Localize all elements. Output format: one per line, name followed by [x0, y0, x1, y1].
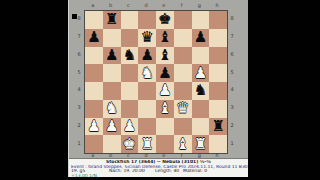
piece-white-pawn-g5[interactable]: ♟	[192, 64, 210, 82]
square-b8[interactable]: ♜	[103, 11, 121, 29]
rank-label-1: 1	[229, 134, 235, 152]
square-b1[interactable]	[103, 135, 121, 153]
square-g2[interactable]	[192, 118, 210, 136]
square-h2[interactable]: ♜	[209, 118, 227, 136]
rank-label-8: 8	[229, 10, 235, 28]
piece-black-pawn-b6[interactable]: ♟	[103, 47, 121, 65]
file-label-f: f	[173, 3, 191, 8]
piece-white-queen-f3[interactable]: ♛	[174, 100, 192, 118]
rank-label-2: 2	[76, 117, 82, 135]
piece-white-knight-d5[interactable]: ♞	[138, 64, 156, 82]
square-h4[interactable]	[209, 82, 227, 100]
square-c2[interactable]: ♟	[121, 118, 139, 136]
square-c3[interactable]	[121, 100, 139, 118]
square-a6[interactable]	[85, 47, 103, 65]
rank-label-6: 6	[76, 46, 82, 64]
piece-black-knight-c6[interactable]: ♞	[121, 47, 139, 65]
square-b7[interactable]	[103, 29, 121, 47]
piece-white-pawn-b2[interactable]: ♟	[103, 118, 121, 136]
file-label-a: a	[84, 3, 102, 8]
chess-board[interactable]: ♜♚♟♛♝♟♟♞♟♝♞♟♟♟♞♞♝♛♟♟♟♜♚♜♝♜	[84, 10, 228, 154]
rank-labels-left: 87654321	[76, 10, 82, 152]
square-a4[interactable]	[85, 82, 103, 100]
square-a7[interactable]: ♟	[85, 29, 103, 47]
piece-black-bishop-e7[interactable]: ♝	[156, 29, 174, 47]
square-g5[interactable]: ♟	[192, 64, 210, 82]
rank-label-8: 8	[76, 10, 82, 28]
piece-black-pawn-e5[interactable]: ♟	[156, 64, 174, 82]
piece-black-knight-g4[interactable]: ♞	[192, 82, 210, 100]
piece-white-rook-d1[interactable]: ♜	[138, 135, 156, 153]
material-text: Material: 0	[183, 169, 213, 174]
square-d8[interactable]	[138, 11, 156, 29]
square-e5[interactable]: ♟	[156, 64, 174, 82]
piece-black-pawn-a7[interactable]: ♟	[85, 29, 103, 47]
square-e7[interactable]: ♝	[156, 29, 174, 47]
piece-white-rook-g1[interactable]: ♜	[192, 135, 210, 153]
square-g3[interactable]	[192, 100, 210, 118]
piece-white-bishop-e3[interactable]: ♝	[156, 100, 174, 118]
square-d5[interactable]: ♞	[138, 64, 156, 82]
piece-white-pawn-a2[interactable]: ♟	[85, 118, 103, 136]
piece-black-king-e8[interactable]: ♚	[156, 11, 174, 29]
rank-label-4: 4	[229, 81, 235, 99]
square-b4[interactable]	[103, 82, 121, 100]
piece-black-bishop-e6[interactable]: ♝	[156, 47, 174, 65]
square-d6[interactable]: ♟	[138, 47, 156, 65]
square-b6[interactable]: ♟	[103, 47, 121, 65]
file-label-c: c	[120, 3, 138, 8]
rank-label-5: 5	[229, 63, 235, 81]
square-f6[interactable]	[174, 47, 192, 65]
rank-labels-right: 87654321	[229, 10, 235, 152]
rank-label-6: 6	[229, 46, 235, 64]
length-text: Length: 40	[155, 169, 183, 174]
square-f2[interactable]	[174, 118, 192, 136]
square-f7[interactable]	[174, 29, 192, 47]
piece-black-rook-h2[interactable]: ♜	[209, 118, 227, 136]
square-c5[interactable]	[121, 64, 139, 82]
square-d7[interactable]: ♛	[138, 29, 156, 47]
rank-label-5: 5	[76, 63, 82, 81]
rank-label-2: 2	[229, 117, 235, 135]
square-g8[interactable]	[192, 11, 210, 29]
square-g1[interactable]: ♜	[192, 135, 210, 153]
square-c7[interactable]	[121, 29, 139, 47]
piece-white-king-c1[interactable]: ♚	[121, 135, 139, 153]
file-label-d: d	[137, 3, 155, 8]
square-e2[interactable]	[156, 118, 174, 136]
rank-label-4: 4	[76, 81, 82, 99]
square-a1[interactable]	[85, 135, 103, 153]
rank-label-3: 3	[76, 99, 82, 117]
square-b3[interactable]: ♞	[103, 100, 121, 118]
file-labels-top: abcdefgh	[84, 3, 226, 8]
rank-label-7: 7	[229, 28, 235, 46]
square-f8[interactable]	[174, 11, 192, 29]
square-g6[interactable]	[192, 47, 210, 65]
square-c8[interactable]	[121, 11, 139, 29]
next-move-text: Nach: 19. 20:00	[109, 169, 155, 174]
square-f4[interactable]	[174, 82, 192, 100]
square-f3[interactable]: ♛	[174, 100, 192, 118]
square-e8[interactable]: ♚	[156, 11, 174, 29]
piece-white-pawn-c2[interactable]: ♟	[121, 118, 139, 136]
square-e6[interactable]: ♝	[156, 47, 174, 65]
piece-white-bishop-f1[interactable]: ♝	[174, 135, 192, 153]
square-h6[interactable]	[209, 47, 227, 65]
square-c6[interactable]: ♞	[121, 47, 139, 65]
file-label-e: e	[155, 3, 173, 8]
piece-white-pawn-e4[interactable]: ♟	[156, 82, 174, 100]
square-e1[interactable]	[156, 135, 174, 153]
file-label-b: b	[102, 3, 120, 8]
square-a8[interactable]	[85, 11, 103, 29]
square-g4[interactable]: ♞	[192, 82, 210, 100]
piece-white-knight-b3[interactable]: ♞	[103, 100, 121, 118]
piece-black-pawn-d6[interactable]: ♟	[138, 47, 156, 65]
eval-link: +13.00 1/N	[69, 174, 248, 179]
letterbox-right	[247, 0, 320, 180]
square-g7[interactable]: ♟	[192, 29, 210, 47]
chess-gui-window: abcdefgh 87654321 87654321 abcdefgh ♜♚♟♛…	[68, 0, 248, 177]
square-a3[interactable]	[85, 100, 103, 118]
square-d2[interactable]	[138, 118, 156, 136]
video-frame: abcdefgh 87654321 87654321 abcdefgh ♜♚♟♛…	[0, 0, 320, 180]
square-d1[interactable]: ♜	[138, 135, 156, 153]
piece-black-pawn-g7[interactable]: ♟	[192, 29, 210, 47]
file-label-g: g	[191, 3, 209, 8]
letterbox-left	[0, 0, 68, 180]
square-h7[interactable]	[209, 29, 227, 47]
piece-black-rook-b8[interactable]: ♜	[103, 11, 121, 29]
file-label-h: h	[208, 3, 226, 8]
square-b2[interactable]: ♟	[103, 118, 121, 136]
square-e4[interactable]: ♟	[156, 82, 174, 100]
square-b5[interactable]	[103, 64, 121, 82]
square-e3[interactable]: ♝	[156, 100, 174, 118]
square-c1[interactable]: ♚	[121, 135, 139, 153]
rank-label-1: 1	[76, 134, 82, 152]
square-d4[interactable]	[138, 82, 156, 100]
square-h8[interactable]	[209, 11, 227, 29]
piece-black-queen-d7[interactable]: ♛	[138, 29, 156, 47]
square-a5[interactable]	[85, 64, 103, 82]
square-h3[interactable]	[209, 100, 227, 118]
square-h1[interactable]	[209, 135, 227, 153]
square-d3[interactable]	[138, 100, 156, 118]
square-a2[interactable]: ♟	[85, 118, 103, 136]
square-f5[interactable]	[174, 64, 192, 82]
square-h5[interactable]	[209, 64, 227, 82]
square-c4[interactable]	[121, 82, 139, 100]
rank-label-7: 7	[76, 28, 82, 46]
square-f1[interactable]: ♝	[174, 135, 192, 153]
game-info-panel: Stockfish 17 (3644) -- Nebula (3101) ½-½…	[69, 158, 248, 177]
rank-label-3: 3	[229, 99, 235, 117]
